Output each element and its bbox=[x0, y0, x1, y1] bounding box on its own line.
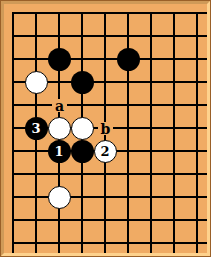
black-stone-move-3: 3 bbox=[25, 117, 48, 140]
move-number: 1 bbox=[54, 145, 63, 158]
grid-line-horizontal bbox=[12, 35, 207, 37]
grid-line-horizontal bbox=[12, 12, 207, 14]
grid-line-horizontal bbox=[12, 173, 207, 175]
grid-line-vertical bbox=[150, 12, 152, 253]
point-label-a: a bbox=[52, 99, 67, 112]
black-stone-move-1: 1 bbox=[48, 140, 71, 163]
grid-line-vertical bbox=[173, 12, 175, 253]
grid-line-horizontal bbox=[12, 58, 207, 60]
black-stone bbox=[48, 48, 71, 71]
white-stone bbox=[25, 71, 48, 94]
grid-line-vertical bbox=[196, 12, 198, 253]
black-stone bbox=[71, 140, 94, 163]
diagram-frame: ab312 bbox=[0, 0, 211, 257]
white-stone-move-2: 2 bbox=[94, 140, 117, 163]
grid-line-horizontal bbox=[12, 104, 207, 106]
point-label-b: b bbox=[98, 122, 113, 135]
black-stone bbox=[117, 48, 140, 71]
white-stone bbox=[48, 117, 71, 140]
white-stone bbox=[48, 186, 71, 209]
diagram-frame-bevel: ab312 bbox=[1, 1, 210, 256]
go-board: ab312 bbox=[4, 4, 207, 253]
grid-line-horizontal bbox=[12, 242, 207, 244]
move-number: 3 bbox=[31, 122, 40, 135]
grid-line-vertical bbox=[12, 12, 14, 253]
grid-line-horizontal bbox=[12, 196, 207, 198]
move-number: 2 bbox=[100, 145, 109, 158]
white-stone bbox=[71, 117, 94, 140]
black-stone bbox=[71, 71, 94, 94]
grid-line-horizontal bbox=[12, 219, 207, 221]
